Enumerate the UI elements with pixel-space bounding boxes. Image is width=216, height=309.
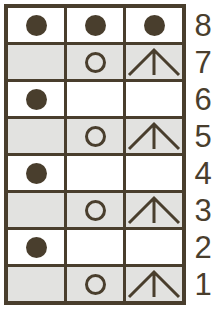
chart-cell (8, 156, 64, 190)
chart-cell (8, 267, 64, 301)
chart-cell (67, 230, 123, 264)
chart-cell (67, 267, 123, 301)
double-decrease-icon (126, 193, 182, 227)
chart-cell (126, 156, 182, 190)
chart-cell (126, 267, 182, 301)
row-number-label: 1 (186, 267, 216, 301)
double-decrease-icon (126, 267, 182, 301)
double-decrease-icon (126, 45, 182, 79)
chart-cell (67, 45, 123, 79)
chart-cell (8, 8, 64, 42)
knitting-chart: 87654321 (0, 0, 216, 309)
chart-cell (67, 119, 123, 153)
row-number-label: 8 (186, 8, 216, 42)
purl-icon (26, 237, 47, 258)
row-number-label: 3 (186, 193, 216, 227)
purl-icon (26, 163, 47, 184)
chart-cell (126, 193, 182, 227)
row-number-label: 6 (186, 82, 216, 116)
chart-cell (126, 82, 182, 116)
chart-cell (126, 45, 182, 79)
row-number-label: 5 (186, 119, 216, 153)
row-numbers: 87654321 (186, 4, 216, 305)
chart-cell (67, 193, 123, 227)
chart-cell (126, 8, 182, 42)
row-number-label: 4 (186, 156, 216, 190)
chart-cell (8, 230, 64, 264)
yarn-over-icon (85, 274, 106, 295)
chart-cell (126, 230, 182, 264)
chart-cell (8, 119, 64, 153)
row-number-label: 7 (186, 45, 216, 79)
chart-cell (8, 45, 64, 79)
double-decrease-icon (126, 119, 182, 153)
row-number-label: 2 (186, 230, 216, 264)
chart-cell (67, 82, 123, 116)
chart-cell (8, 193, 64, 227)
chart-cell (67, 156, 123, 190)
yarn-over-icon (85, 126, 106, 147)
chart-cell (8, 82, 64, 116)
chart-cell (67, 8, 123, 42)
chart-cell (126, 119, 182, 153)
purl-icon (26, 15, 47, 36)
purl-icon (85, 15, 106, 36)
purl-icon (144, 15, 165, 36)
chart-grid (4, 4, 186, 305)
yarn-over-icon (85, 200, 106, 221)
purl-icon (26, 89, 47, 110)
yarn-over-icon (85, 52, 106, 73)
